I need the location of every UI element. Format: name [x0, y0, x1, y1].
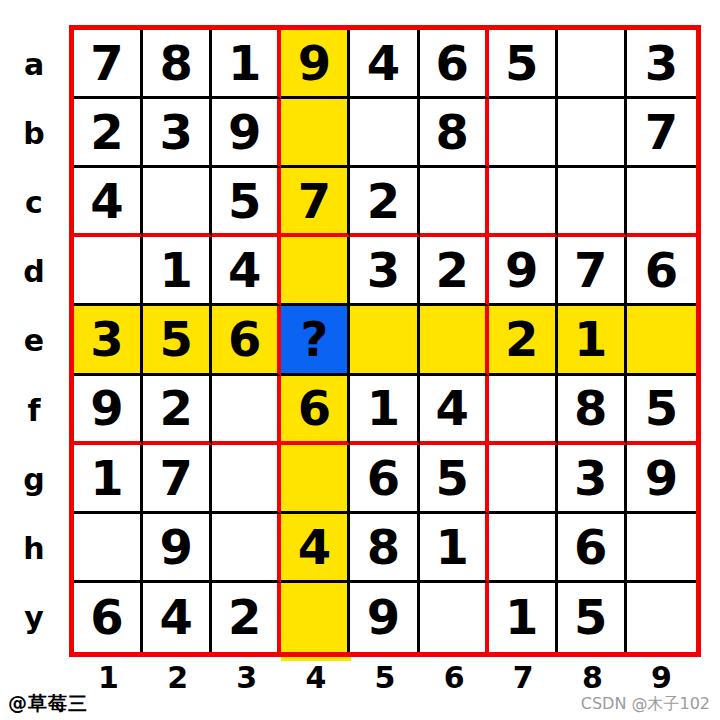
column-label-5: 5 — [350, 659, 419, 695]
cell-f9[interactable]: 5 — [627, 376, 696, 445]
column-label-7: 7 — [489, 659, 558, 695]
cell-c8[interactable] — [558, 168, 627, 237]
cell-b3[interactable]: 9 — [212, 99, 281, 168]
cell-h1[interactable] — [74, 514, 143, 583]
column-labels: 123456789 — [74, 659, 696, 695]
cell-f3[interactable] — [212, 376, 281, 445]
row-label-y: y — [8, 583, 60, 652]
cell-e1[interactable]: 3 — [74, 306, 143, 375]
column-label-3: 3 — [212, 659, 281, 695]
cell-g6[interactable]: 5 — [420, 445, 489, 514]
cell-c5[interactable]: 2 — [350, 168, 419, 237]
cell-y4[interactable] — [281, 583, 350, 652]
watermark-author-left: @草莓三 — [8, 691, 88, 717]
cell-h6[interactable]: 1 — [420, 514, 489, 583]
cell-h2[interactable]: 9 — [143, 514, 212, 583]
cell-g3[interactable] — [212, 445, 281, 514]
sudoku-diagram: 781946532398745721432976356?219261485176… — [0, 0, 720, 720]
cell-h3[interactable] — [212, 514, 281, 583]
cell-c6[interactable] — [420, 168, 489, 237]
cell-b1[interactable]: 2 — [74, 99, 143, 168]
cell-f1[interactable]: 9 — [74, 376, 143, 445]
cell-f4[interactable]: 6 — [281, 376, 350, 445]
cell-a2[interactable]: 8 — [143, 30, 212, 99]
row-label-b: b — [8, 99, 60, 168]
cell-b7[interactable] — [489, 99, 558, 168]
cell-d8[interactable]: 7 — [558, 237, 627, 306]
cell-d7[interactable]: 9 — [489, 237, 558, 306]
cell-y9[interactable] — [627, 583, 696, 652]
cell-d1[interactable] — [74, 237, 143, 306]
cell-g4[interactable] — [281, 445, 350, 514]
cell-a6[interactable]: 6 — [420, 30, 489, 99]
cell-a1[interactable]: 7 — [74, 30, 143, 99]
cell-a8[interactable] — [558, 30, 627, 99]
cell-c1[interactable]: 4 — [74, 168, 143, 237]
cell-c4[interactable]: 7 — [281, 168, 350, 237]
cell-f8[interactable]: 8 — [558, 376, 627, 445]
column-label-4: 4 — [281, 659, 350, 695]
cell-d6[interactable]: 2 — [420, 237, 489, 306]
row-label-e: e — [8, 306, 60, 375]
cell-y6[interactable] — [420, 583, 489, 652]
cell-b8[interactable] — [558, 99, 627, 168]
cell-c9[interactable] — [627, 168, 696, 237]
cell-b2[interactable]: 3 — [143, 99, 212, 168]
cell-e5[interactable] — [350, 306, 419, 375]
cell-g2[interactable]: 7 — [143, 445, 212, 514]
cell-d5[interactable]: 3 — [350, 237, 419, 306]
sudoku-board: 781946532398745721432976356?219261485176… — [69, 25, 701, 657]
row-label-c: c — [8, 168, 60, 237]
cell-e9[interactable] — [627, 306, 696, 375]
cell-c2[interactable] — [143, 168, 212, 237]
watermark-csdn-right: CSDN @木子102 — [581, 694, 710, 715]
cell-a5[interactable]: 4 — [350, 30, 419, 99]
cell-e6[interactable] — [420, 306, 489, 375]
cell-d9[interactable]: 6 — [627, 237, 696, 306]
cell-b6[interactable]: 8 — [420, 99, 489, 168]
cell-h9[interactable] — [627, 514, 696, 583]
cell-g7[interactable] — [489, 445, 558, 514]
cell-h7[interactable] — [489, 514, 558, 583]
cell-b5[interactable] — [350, 99, 419, 168]
cell-a7[interactable]: 5 — [489, 30, 558, 99]
cell-h8[interactable]: 6 — [558, 514, 627, 583]
column-label-6: 6 — [420, 659, 489, 695]
row-labels: abcdefghy — [8, 30, 60, 652]
column-label-9: 9 — [627, 659, 696, 695]
row-label-f: f — [8, 376, 60, 445]
cell-e4[interactable]: ? — [281, 306, 350, 375]
cell-e8[interactable]: 1 — [558, 306, 627, 375]
cell-f7[interactable] — [489, 376, 558, 445]
cell-b4[interactable] — [281, 99, 350, 168]
row-label-h: h — [8, 514, 60, 583]
column-label-2: 2 — [143, 659, 212, 695]
cell-f5[interactable]: 1 — [350, 376, 419, 445]
cell-b9[interactable]: 7 — [627, 99, 696, 168]
cell-c7[interactable] — [489, 168, 558, 237]
column-label-1: 1 — [74, 659, 143, 695]
cell-g5[interactable]: 6 — [350, 445, 419, 514]
cell-g8[interactable]: 3 — [558, 445, 627, 514]
cell-e3[interactable]: 6 — [212, 306, 281, 375]
cell-g9[interactable]: 9 — [627, 445, 696, 514]
cell-e7[interactable]: 2 — [489, 306, 558, 375]
cell-y1[interactable]: 6 — [74, 583, 143, 652]
cell-a3[interactable]: 1 — [212, 30, 281, 99]
column-label-8: 8 — [558, 659, 627, 695]
cell-d2[interactable]: 1 — [143, 237, 212, 306]
cell-h5[interactable]: 8 — [350, 514, 419, 583]
cell-y2[interactable]: 4 — [143, 583, 212, 652]
cell-a9[interactable]: 3 — [627, 30, 696, 99]
row-label-d: d — [8, 237, 60, 306]
cell-a4[interactable]: 9 — [281, 30, 350, 99]
cell-y8[interactable]: 5 — [558, 583, 627, 652]
cell-y3[interactable]: 2 — [212, 583, 281, 652]
cell-d3[interactable]: 4 — [212, 237, 281, 306]
cell-e2[interactable]: 5 — [143, 306, 212, 375]
row-label-g: g — [8, 445, 60, 514]
cell-y7[interactable]: 1 — [489, 583, 558, 652]
cell-d4[interactable] — [281, 237, 350, 306]
cell-h4[interactable]: 4 — [281, 514, 350, 583]
cell-y5[interactable]: 9 — [350, 583, 419, 652]
cell-f2[interactable]: 2 — [143, 376, 212, 445]
row-label-a: a — [8, 30, 60, 99]
cell-c3[interactable]: 5 — [212, 168, 281, 237]
cell-f6[interactable]: 4 — [420, 376, 489, 445]
cell-g1[interactable]: 1 — [74, 445, 143, 514]
